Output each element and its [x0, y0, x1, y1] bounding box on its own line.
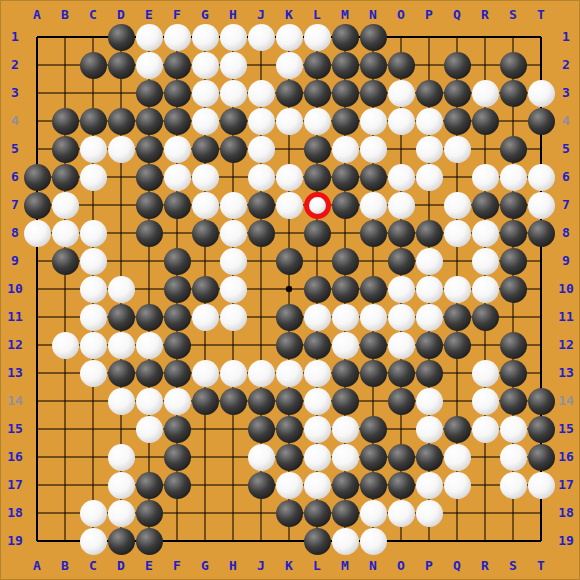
intersection-N17[interactable]: [359, 471, 387, 499]
intersection-C10[interactable]: [79, 275, 107, 303]
white-stone-H3[interactable]: [220, 80, 247, 107]
intersection-H4[interactable]: [219, 107, 247, 135]
black-stone-E13[interactable]: [136, 360, 163, 387]
intersection-A15[interactable]: [23, 415, 51, 443]
intersection-L13[interactable]: [303, 359, 331, 387]
intersection-H15[interactable]: [219, 415, 247, 443]
intersection-Q2[interactable]: [443, 51, 471, 79]
intersection-E16[interactable]: [135, 443, 163, 471]
intersection-D5[interactable]: [107, 135, 135, 163]
intersection-E3[interactable]: [135, 79, 163, 107]
white-stone-D16[interactable]: [108, 444, 135, 471]
intersection-N2[interactable]: [359, 51, 387, 79]
intersection-T12[interactable]: [527, 331, 555, 359]
intersection-N14[interactable]: [359, 387, 387, 415]
intersection-S15[interactable]: [499, 415, 527, 443]
white-stone-C5[interactable]: [80, 136, 107, 163]
black-stone-G5[interactable]: [192, 136, 219, 163]
black-stone-D19[interactable]: [108, 528, 135, 555]
black-stone-M7[interactable]: [332, 192, 359, 219]
white-stone-Q16[interactable]: [444, 444, 471, 471]
intersection-T16[interactable]: [527, 443, 555, 471]
intersection-D18[interactable]: [107, 499, 135, 527]
black-stone-T16[interactable]: [528, 444, 555, 471]
black-stone-S3[interactable]: [500, 80, 527, 107]
intersection-G10[interactable]: [191, 275, 219, 303]
black-stone-H5[interactable]: [220, 136, 247, 163]
intersection-O13[interactable]: [387, 359, 415, 387]
intersection-O8[interactable]: [387, 219, 415, 247]
intersection-S11[interactable]: [499, 303, 527, 331]
intersection-E17[interactable]: [135, 471, 163, 499]
intersection-M18[interactable]: [331, 499, 359, 527]
black-stone-O14[interactable]: [388, 388, 415, 415]
black-stone-T14[interactable]: [528, 388, 555, 415]
white-stone-P9[interactable]: [416, 248, 443, 275]
intersection-F19[interactable]: [163, 527, 191, 555]
intersection-A11[interactable]: [23, 303, 51, 331]
intersection-C9[interactable]: [79, 247, 107, 275]
intersection-B13[interactable]: [51, 359, 79, 387]
intersection-D4[interactable]: [107, 107, 135, 135]
intersection-E2[interactable]: [135, 51, 163, 79]
black-stone-E18[interactable]: [136, 500, 163, 527]
intersection-S18[interactable]: [499, 499, 527, 527]
white-stone-M16[interactable]: [332, 444, 359, 471]
black-stone-L19[interactable]: [304, 528, 331, 555]
black-stone-Q11[interactable]: [444, 304, 471, 331]
intersection-F16[interactable]: [163, 443, 191, 471]
white-stone-L4[interactable]: [304, 108, 331, 135]
intersection-K19[interactable]: [275, 527, 303, 555]
black-stone-M4[interactable]: [332, 108, 359, 135]
intersection-G2[interactable]: [191, 51, 219, 79]
black-stone-M2[interactable]: [332, 52, 359, 79]
intersection-A9[interactable]: [23, 247, 51, 275]
black-stone-L8[interactable]: [304, 220, 331, 247]
intersection-F1[interactable]: [163, 23, 191, 51]
intersection-G18[interactable]: [191, 499, 219, 527]
black-stone-H14[interactable]: [220, 388, 247, 415]
intersection-F14[interactable]: [163, 387, 191, 415]
white-stone-C10[interactable]: [80, 276, 107, 303]
intersection-L17[interactable]: [303, 471, 331, 499]
intersection-G5[interactable]: [191, 135, 219, 163]
intersection-K2[interactable]: [275, 51, 303, 79]
intersection-G3[interactable]: [191, 79, 219, 107]
intersection-O1[interactable]: [387, 23, 415, 51]
intersection-N7[interactable]: [359, 191, 387, 219]
intersection-T18[interactable]: [527, 499, 555, 527]
intersection-J18[interactable]: [247, 499, 275, 527]
intersection-E4[interactable]: [135, 107, 163, 135]
intersection-H16[interactable]: [219, 443, 247, 471]
intersection-Q8[interactable]: [443, 219, 471, 247]
black-stone-K11[interactable]: [276, 304, 303, 331]
intersection-F9[interactable]: [163, 247, 191, 275]
intersection-C19[interactable]: [79, 527, 107, 555]
black-stone-M3[interactable]: [332, 80, 359, 107]
intersection-T17[interactable]: [527, 471, 555, 499]
white-stone-C9[interactable]: [80, 248, 107, 275]
intersection-T1[interactable]: [527, 23, 555, 51]
white-stone-J4[interactable]: [248, 108, 275, 135]
white-stone-R6[interactable]: [472, 164, 499, 191]
intersection-O11[interactable]: [387, 303, 415, 331]
black-stone-L2[interactable]: [304, 52, 331, 79]
intersection-L3[interactable]: [303, 79, 331, 107]
intersection-G9[interactable]: [191, 247, 219, 275]
white-stone-G1[interactable]: [192, 24, 219, 51]
white-stone-H10[interactable]: [220, 276, 247, 303]
intersection-S8[interactable]: [499, 219, 527, 247]
intersection-P6[interactable]: [415, 163, 443, 191]
white-stone-K2[interactable]: [276, 52, 303, 79]
intersection-Q7[interactable]: [443, 191, 471, 219]
intersection-M15[interactable]: [331, 415, 359, 443]
intersection-T3[interactable]: [527, 79, 555, 107]
intersection-J8[interactable]: [247, 219, 275, 247]
white-stone-B7[interactable]: [52, 192, 79, 219]
white-stone-K6[interactable]: [276, 164, 303, 191]
intersection-O19[interactable]: [387, 527, 415, 555]
black-stone-P3[interactable]: [416, 80, 443, 107]
intersection-P9[interactable]: [415, 247, 443, 275]
black-stone-T15[interactable]: [528, 416, 555, 443]
black-stone-M13[interactable]: [332, 360, 359, 387]
intersection-J12[interactable]: [247, 331, 275, 359]
intersection-H1[interactable]: [219, 23, 247, 51]
intersection-L18[interactable]: [303, 499, 331, 527]
intersection-A6[interactable]: [23, 163, 51, 191]
intersection-R9[interactable]: [471, 247, 499, 275]
intersection-K14[interactable]: [275, 387, 303, 415]
intersection-M11[interactable]: [331, 303, 359, 331]
intersection-D6[interactable]: [107, 163, 135, 191]
intersection-H6[interactable]: [219, 163, 247, 191]
intersection-D17[interactable]: [107, 471, 135, 499]
intersection-N6[interactable]: [359, 163, 387, 191]
white-stone-H2[interactable]: [220, 52, 247, 79]
intersection-E9[interactable]: [135, 247, 163, 275]
black-stone-O8[interactable]: [388, 220, 415, 247]
intersection-L1[interactable]: [303, 23, 331, 51]
intersection-S7[interactable]: [499, 191, 527, 219]
white-stone-O11[interactable]: [388, 304, 415, 331]
intersection-R13[interactable]: [471, 359, 499, 387]
intersection-B14[interactable]: [51, 387, 79, 415]
intersection-B17[interactable]: [51, 471, 79, 499]
black-stone-G8[interactable]: [192, 220, 219, 247]
intersection-T11[interactable]: [527, 303, 555, 331]
white-stone-J6[interactable]: [248, 164, 275, 191]
intersection-S16[interactable]: [499, 443, 527, 471]
intersection-M17[interactable]: [331, 471, 359, 499]
intersection-P10[interactable]: [415, 275, 443, 303]
intersection-C6[interactable]: [79, 163, 107, 191]
intersection-P3[interactable]: [415, 79, 443, 107]
intersection-D7[interactable]: [107, 191, 135, 219]
white-stone-K4[interactable]: [276, 108, 303, 135]
intersection-P7[interactable]: [415, 191, 443, 219]
white-stone-Q8[interactable]: [444, 220, 471, 247]
white-stone-K7[interactable]: [276, 192, 303, 219]
intersection-H8[interactable]: [219, 219, 247, 247]
intersection-G11[interactable]: [191, 303, 219, 331]
intersection-T15[interactable]: [527, 415, 555, 443]
intersection-Q3[interactable]: [443, 79, 471, 107]
intersection-P5[interactable]: [415, 135, 443, 163]
black-stone-E7[interactable]: [136, 192, 163, 219]
intersection-H10[interactable]: [219, 275, 247, 303]
intersection-D10[interactable]: [107, 275, 135, 303]
white-stone-P5[interactable]: [416, 136, 443, 163]
white-stone-Q10[interactable]: [444, 276, 471, 303]
intersection-C2[interactable]: [79, 51, 107, 79]
black-stone-M18[interactable]: [332, 500, 359, 527]
intersection-N16[interactable]: [359, 443, 387, 471]
intersection-E12[interactable]: [135, 331, 163, 359]
black-stone-H4[interactable]: [220, 108, 247, 135]
intersection-O5[interactable]: [387, 135, 415, 163]
intersection-R18[interactable]: [471, 499, 499, 527]
intersection-H19[interactable]: [219, 527, 247, 555]
white-stone-O6[interactable]: [388, 164, 415, 191]
intersection-D11[interactable]: [107, 303, 135, 331]
black-stone-S5[interactable]: [500, 136, 527, 163]
intersection-Q12[interactable]: [443, 331, 471, 359]
intersection-J19[interactable]: [247, 527, 275, 555]
intersection-A4[interactable]: [23, 107, 51, 135]
intersection-R16[interactable]: [471, 443, 499, 471]
white-stone-Q17[interactable]: [444, 472, 471, 499]
intersection-B8[interactable]: [51, 219, 79, 247]
white-stone-Q7[interactable]: [444, 192, 471, 219]
black-stone-Q4[interactable]: [444, 108, 471, 135]
intersection-L5[interactable]: [303, 135, 331, 163]
black-stone-P12[interactable]: [416, 332, 443, 359]
white-stone-O10[interactable]: [388, 276, 415, 303]
black-stone-N8[interactable]: [360, 220, 387, 247]
black-stone-J7[interactable]: [248, 192, 275, 219]
white-stone-C18[interactable]: [80, 500, 107, 527]
intersection-B12[interactable]: [51, 331, 79, 359]
intersection-R1[interactable]: [471, 23, 499, 51]
intersection-K1[interactable]: [275, 23, 303, 51]
intersection-D13[interactable]: [107, 359, 135, 387]
white-stone-O12[interactable]: [388, 332, 415, 359]
white-stone-D17[interactable]: [108, 472, 135, 499]
black-stone-N10[interactable]: [360, 276, 387, 303]
intersection-Q11[interactable]: [443, 303, 471, 331]
white-stone-C19[interactable]: [80, 528, 107, 555]
white-stone-R9[interactable]: [472, 248, 499, 275]
white-stone-K1[interactable]: [276, 24, 303, 51]
black-stone-M10[interactable]: [332, 276, 359, 303]
intersection-S2[interactable]: [499, 51, 527, 79]
intersection-M10[interactable]: [331, 275, 359, 303]
black-stone-F12[interactable]: [164, 332, 191, 359]
intersection-Q5[interactable]: [443, 135, 471, 163]
black-stone-S14[interactable]: [500, 388, 527, 415]
intersection-O2[interactable]: [387, 51, 415, 79]
intersection-B11[interactable]: [51, 303, 79, 331]
white-stone-R15[interactable]: [472, 416, 499, 443]
intersection-J5[interactable]: [247, 135, 275, 163]
white-stone-T7[interactable]: [528, 192, 555, 219]
black-stone-K14[interactable]: [276, 388, 303, 415]
black-stone-A7[interactable]: [24, 192, 51, 219]
intersection-G19[interactable]: [191, 527, 219, 555]
intersection-D2[interactable]: [107, 51, 135, 79]
intersection-L12[interactable]: [303, 331, 331, 359]
intersection-C4[interactable]: [79, 107, 107, 135]
intersection-S14[interactable]: [499, 387, 527, 415]
white-stone-M11[interactable]: [332, 304, 359, 331]
intersection-A1[interactable]: [23, 23, 51, 51]
intersection-N8[interactable]: [359, 219, 387, 247]
white-stone-H8[interactable]: [220, 220, 247, 247]
black-stone-O17[interactable]: [388, 472, 415, 499]
intersection-L19[interactable]: [303, 527, 331, 555]
intersection-N4[interactable]: [359, 107, 387, 135]
intersection-F11[interactable]: [163, 303, 191, 331]
intersection-J10[interactable]: [247, 275, 275, 303]
intersection-J14[interactable]: [247, 387, 275, 415]
white-stone-D10[interactable]: [108, 276, 135, 303]
white-stone-T3[interactable]: [528, 80, 555, 107]
black-stone-E4[interactable]: [136, 108, 163, 135]
white-stone-S6[interactable]: [500, 164, 527, 191]
intersection-J2[interactable]: [247, 51, 275, 79]
intersection-S19[interactable]: [499, 527, 527, 555]
intersection-J17[interactable]: [247, 471, 275, 499]
intersection-H11[interactable]: [219, 303, 247, 331]
white-stone-T6[interactable]: [528, 164, 555, 191]
intersection-N19[interactable]: [359, 527, 387, 555]
intersection-T5[interactable]: [527, 135, 555, 163]
intersection-B6[interactable]: [51, 163, 79, 191]
intersection-B7[interactable]: [51, 191, 79, 219]
white-stone-E1[interactable]: [136, 24, 163, 51]
intersection-N5[interactable]: [359, 135, 387, 163]
intersection-F13[interactable]: [163, 359, 191, 387]
white-stone-E14[interactable]: [136, 388, 163, 415]
white-stone-G7[interactable]: [192, 192, 219, 219]
intersection-A12[interactable]: [23, 331, 51, 359]
white-stone-M12[interactable]: [332, 332, 359, 359]
black-stone-L5[interactable]: [304, 136, 331, 163]
intersection-R6[interactable]: [471, 163, 499, 191]
intersection-M3[interactable]: [331, 79, 359, 107]
intersection-L14[interactable]: [303, 387, 331, 415]
intersection-E5[interactable]: [135, 135, 163, 163]
white-stone-T17[interactable]: [528, 472, 555, 499]
intersection-J16[interactable]: [247, 443, 275, 471]
intersection-P12[interactable]: [415, 331, 443, 359]
intersection-B15[interactable]: [51, 415, 79, 443]
black-stone-J17[interactable]: [248, 472, 275, 499]
black-stone-N13[interactable]: [360, 360, 387, 387]
black-stone-B6[interactable]: [52, 164, 79, 191]
intersection-L4[interactable]: [303, 107, 331, 135]
black-stone-F7[interactable]: [164, 192, 191, 219]
intersection-R8[interactable]: [471, 219, 499, 247]
intersection-D3[interactable]: [107, 79, 135, 107]
black-stone-R4[interactable]: [472, 108, 499, 135]
black-stone-Q2[interactable]: [444, 52, 471, 79]
intersection-K5[interactable]: [275, 135, 303, 163]
intersection-R2[interactable]: [471, 51, 499, 79]
black-stone-K9[interactable]: [276, 248, 303, 275]
intersection-D1[interactable]: [107, 23, 135, 51]
black-stone-R11[interactable]: [472, 304, 499, 331]
black-stone-S12[interactable]: [500, 332, 527, 359]
white-stone-P14[interactable]: [416, 388, 443, 415]
white-stone-O3[interactable]: [388, 80, 415, 107]
black-stone-P16[interactable]: [416, 444, 443, 471]
black-stone-Q15[interactable]: [444, 416, 471, 443]
intersection-D8[interactable]: [107, 219, 135, 247]
intersection-B16[interactable]: [51, 443, 79, 471]
intersection-M16[interactable]: [331, 443, 359, 471]
intersection-B10[interactable]: [51, 275, 79, 303]
intersection-S1[interactable]: [499, 23, 527, 51]
intersection-E18[interactable]: [135, 499, 163, 527]
intersection-Q14[interactable]: [443, 387, 471, 415]
white-stone-A8[interactable]: [24, 220, 51, 247]
last-move-marked-stone-L7[interactable]: [304, 192, 331, 219]
intersection-C15[interactable]: [79, 415, 107, 443]
black-stone-K12[interactable]: [276, 332, 303, 359]
white-stone-R10[interactable]: [472, 276, 499, 303]
intersection-R15[interactable]: [471, 415, 499, 443]
intersection-O16[interactable]: [387, 443, 415, 471]
intersection-R10[interactable]: [471, 275, 499, 303]
intersection-T14[interactable]: [527, 387, 555, 415]
white-stone-C6[interactable]: [80, 164, 107, 191]
black-stone-M14[interactable]: [332, 388, 359, 415]
intersection-A17[interactable]: [23, 471, 51, 499]
intersection-B1[interactable]: [51, 23, 79, 51]
white-stone-P15[interactable]: [416, 416, 443, 443]
intersection-R5[interactable]: [471, 135, 499, 163]
white-stone-P18[interactable]: [416, 500, 443, 527]
white-stone-F5[interactable]: [164, 136, 191, 163]
white-stone-H7[interactable]: [220, 192, 247, 219]
white-stone-P10[interactable]: [416, 276, 443, 303]
white-stone-L16[interactable]: [304, 444, 331, 471]
intersection-R14[interactable]: [471, 387, 499, 415]
white-stone-K13[interactable]: [276, 360, 303, 387]
go-board[interactable]: [23, 23, 555, 555]
intersection-O14[interactable]: [387, 387, 415, 415]
intersection-D16[interactable]: [107, 443, 135, 471]
intersection-C14[interactable]: [79, 387, 107, 415]
intersection-H18[interactable]: [219, 499, 247, 527]
intersection-A10[interactable]: [23, 275, 51, 303]
black-stone-O16[interactable]: [388, 444, 415, 471]
intersection-O17[interactable]: [387, 471, 415, 499]
intersection-L2[interactable]: [303, 51, 331, 79]
white-stone-S17[interactable]: [500, 472, 527, 499]
white-stone-D12[interactable]: [108, 332, 135, 359]
intersection-K8[interactable]: [275, 219, 303, 247]
white-stone-P4[interactable]: [416, 108, 443, 135]
intersection-A19[interactable]: [23, 527, 51, 555]
white-stone-G3[interactable]: [192, 80, 219, 107]
intersection-P8[interactable]: [415, 219, 443, 247]
